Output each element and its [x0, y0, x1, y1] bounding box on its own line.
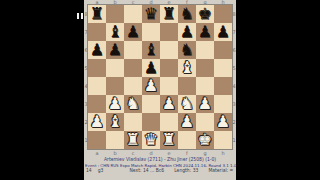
square-g3: ♟ [196, 95, 214, 113]
square-f3: ♞ [178, 95, 196, 113]
board: ♜♛♜♞♚♝♟♟♟♟♟♟♝♞♟♝♟♟♞♟♞♟♟♝♟♟♜♛♜♚ [88, 5, 232, 149]
square-a7 [88, 23, 106, 41]
video-frame: abcdefgh 87654321 ♜♛♜♞♚♝♟♟♟♟♟♟♝♞♟♝♟♟♞♟♞♟… [0, 0, 320, 180]
square-h4 [214, 77, 232, 95]
square-a4 [88, 77, 106, 95]
black-bishop-d6: ♝ [142, 41, 160, 59]
square-b3: ♟ [106, 95, 124, 113]
square-a3 [88, 95, 106, 113]
square-e2 [160, 113, 178, 131]
square-e1: ♜ [160, 131, 178, 149]
square-g1: ♚ [196, 131, 214, 149]
white-bishop-f5: ♝ [178, 59, 196, 77]
white-knight-c3: ♞ [124, 95, 142, 113]
black-pawn-a6: ♟ [88, 41, 106, 59]
square-h3 [214, 95, 232, 113]
square-a1 [88, 131, 106, 149]
square-d1: ♛ [142, 131, 160, 149]
white-rook-c1: ♜ [124, 131, 142, 149]
square-h5 [214, 59, 232, 77]
rank-label-6: 6 [232, 41, 236, 59]
pause-icon [77, 13, 84, 19]
square-c2 [124, 113, 142, 131]
square-b2: ♝ [106, 113, 124, 131]
black-bishop-b7: ♝ [106, 23, 124, 41]
white-queen-d1: ♛ [142, 131, 160, 149]
white-pawn-e3: ♟ [160, 95, 178, 113]
white-pawn-g3: ♟ [196, 95, 214, 113]
square-e7 [160, 23, 178, 41]
square-a8: ♜ [88, 5, 106, 23]
rank-labels-right: 87654321 [232, 5, 236, 149]
square-g5 [196, 59, 214, 77]
rank-label-4: 4 [232, 77, 236, 95]
move-number: 14 [86, 168, 92, 174]
square-c4 [124, 77, 142, 95]
square-f8: ♞ [178, 5, 196, 23]
square-c1: ♜ [124, 131, 142, 149]
white-pawn-b3: ♟ [106, 95, 124, 113]
next-move: Next: 14 ... Bc6 [129, 168, 164, 174]
black-pawn-c7: ♟ [124, 23, 142, 41]
file-label-f: f [178, 150, 196, 157]
file-label-b: b [106, 150, 124, 157]
black-pawn-f7: ♟ [178, 23, 196, 41]
black-king-g8: ♚ [196, 5, 214, 23]
black-pawn-b6: ♟ [106, 41, 124, 59]
file-label-h: h [214, 150, 232, 157]
rank-label-5: 5 [232, 59, 236, 77]
square-g7: ♟ [196, 23, 214, 41]
move-line: 14 g3 Next: 14 ... Bc6 Length: 33 Materi… [84, 168, 236, 174]
square-h6 [214, 41, 232, 59]
square-b5 [106, 59, 124, 77]
file-label-d: d [142, 150, 160, 157]
white-pawn-d4: ♟ [142, 77, 160, 95]
square-c5 [124, 59, 142, 77]
square-a2: ♟ [88, 113, 106, 131]
square-f6: ♞ [178, 41, 196, 59]
white-pawn-h2: ♟ [214, 113, 232, 131]
square-b1 [106, 131, 124, 149]
square-f7: ♟ [178, 23, 196, 41]
square-d4: ♟ [142, 77, 160, 95]
square-d6: ♝ [142, 41, 160, 59]
square-c8 [124, 5, 142, 23]
black-rook-a8: ♜ [88, 5, 106, 23]
square-h2: ♟ [214, 113, 232, 131]
square-e3: ♟ [160, 95, 178, 113]
white-king-g1: ♚ [196, 131, 214, 149]
square-b4 [106, 77, 124, 95]
material-balance: Material: = [208, 168, 233, 174]
game-length: Length: 33 [174, 168, 198, 174]
square-f4 [178, 77, 196, 95]
black-queen-d8: ♛ [142, 5, 160, 23]
rank-label-2: 2 [232, 113, 236, 131]
square-g4 [196, 77, 214, 95]
square-f2: ♟ [178, 113, 196, 131]
square-d2 [142, 113, 160, 131]
square-h1 [214, 131, 232, 149]
white-pawn-a2: ♟ [88, 113, 106, 131]
file-label-e: e [160, 150, 178, 157]
current-move: g3 [98, 168, 104, 174]
chessboard-panel: abcdefgh 87654321 ♜♛♜♞♚♝♟♟♟♟♟♟♝♞♟♝♟♟♞♟♞♟… [84, 0, 236, 180]
square-b8 [106, 5, 124, 23]
square-g6 [196, 41, 214, 59]
rank-label-8: 8 [232, 5, 236, 23]
black-pawn-h7: ♟ [214, 23, 232, 41]
square-e6 [160, 41, 178, 59]
black-pawn-d5: ♟ [142, 59, 160, 77]
square-b7: ♝ [106, 23, 124, 41]
square-c7: ♟ [124, 23, 142, 41]
black-pawn-g7: ♟ [196, 23, 214, 41]
file-label-g: g [196, 150, 214, 157]
square-c3: ♞ [124, 95, 142, 113]
square-g8: ♚ [196, 5, 214, 23]
rank-label-3: 3 [232, 95, 236, 113]
square-e4 [160, 77, 178, 95]
square-e5 [160, 59, 178, 77]
caption: Artemiev Vladislav (2711) - Zhu Jiner (2… [84, 157, 236, 174]
square-h7: ♟ [214, 23, 232, 41]
square-f5: ♝ [178, 59, 196, 77]
rank-label-7: 7 [232, 23, 236, 41]
black-knight-f8: ♞ [178, 5, 196, 23]
white-knight-f3: ♞ [178, 95, 196, 113]
rank-label-1: 1 [232, 131, 236, 149]
file-labels-bottom: abcdefgh [88, 150, 232, 157]
square-c6 [124, 41, 142, 59]
square-d3 [142, 95, 160, 113]
square-d5: ♟ [142, 59, 160, 77]
square-h8 [214, 5, 232, 23]
white-pawn-f2: ♟ [178, 113, 196, 131]
square-a6: ♟ [88, 41, 106, 59]
square-d8: ♛ [142, 5, 160, 23]
square-g2 [196, 113, 214, 131]
square-f1 [178, 131, 196, 149]
black-knight-f6: ♞ [178, 41, 196, 59]
square-d7 [142, 23, 160, 41]
white-bishop-b2: ♝ [106, 113, 124, 131]
square-e8: ♜ [160, 5, 178, 23]
file-label-a: a [88, 150, 106, 157]
square-a5 [88, 59, 106, 77]
square-b6: ♟ [106, 41, 124, 59]
file-label-c: c [124, 150, 142, 157]
white-rook-e1: ♜ [160, 131, 178, 149]
black-rook-e8: ♜ [160, 5, 178, 23]
